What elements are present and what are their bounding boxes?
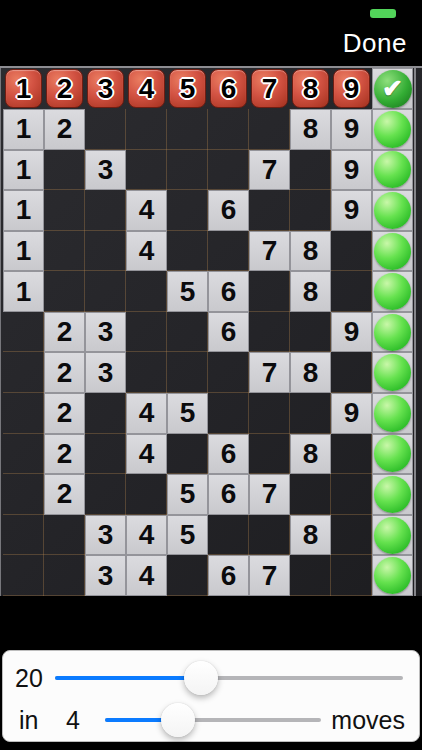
target-slider[interactable]	[55, 658, 403, 698]
grid-empty-cell	[85, 393, 126, 434]
grid-empty-cell	[331, 271, 372, 312]
grid-empty-cell	[85, 271, 126, 312]
row-status-ball	[374, 557, 411, 594]
grid-empty-cell	[3, 393, 44, 434]
target-slider-row: 20	[15, 657, 407, 699]
header-number-button[interactable]: 7	[251, 69, 288, 108]
check-icon: ✔	[382, 74, 403, 103]
header-number-button[interactable]: 9	[333, 69, 370, 108]
slider-fill	[55, 676, 201, 680]
status-bar: Done	[0, 0, 422, 66]
row-status-ball	[374, 111, 411, 148]
grid-empty-cell	[167, 150, 208, 191]
grid-empty-cell	[331, 515, 372, 556]
grid-number-cell: 4	[126, 555, 167, 596]
grid-empty-cell	[85, 474, 126, 515]
header-number-button[interactable]: 2	[46, 69, 83, 108]
grid-empty-cell	[167, 190, 208, 231]
header-number-button[interactable]: 5	[169, 69, 206, 108]
grid-number-cell: 7	[249, 555, 290, 596]
grid-empty-cell	[331, 231, 372, 272]
grid-number-cell: 1	[3, 190, 44, 231]
moves-slider[interactable]	[105, 700, 321, 740]
slider-thumb[interactable]	[184, 661, 218, 695]
grid-empty-cell	[167, 434, 208, 475]
grid-number-cell: 9	[331, 312, 372, 353]
grid-empty-cell	[290, 150, 331, 191]
grid-empty-cell	[167, 352, 208, 393]
grid-number-cell: 6	[208, 190, 249, 231]
grid-empty-cell	[290, 312, 331, 353]
grid-number-cell: 3	[85, 515, 126, 556]
grid-number-cell: 6	[208, 555, 249, 596]
header-number-button[interactable]: 3	[87, 69, 124, 108]
grid-number-cell: 9	[331, 190, 372, 231]
grid-number-cell: 7	[249, 231, 290, 272]
grid-number-cell: 2	[44, 352, 85, 393]
target-value-label: 20	[15, 664, 51, 693]
grid-number-cell: 2	[44, 474, 85, 515]
grid-empty-cell	[249, 434, 290, 475]
header-cell: 3	[85, 68, 126, 109]
grid-number-cell: 4	[126, 393, 167, 434]
row-status-cell	[372, 434, 413, 475]
grid-empty-cell	[331, 434, 372, 475]
grid-number-cell: 8	[290, 434, 331, 475]
grid-number-cell: 8	[290, 109, 331, 150]
header-cell: 6	[208, 68, 249, 109]
grid-empty-cell	[3, 555, 44, 596]
row-status-cell	[372, 393, 413, 434]
row-status-ball	[374, 354, 411, 391]
grid-number-cell: 5	[167, 474, 208, 515]
grid-empty-cell	[126, 109, 167, 150]
grid-empty-cell	[167, 231, 208, 272]
grid-empty-cell	[208, 109, 249, 150]
grid-empty-cell	[331, 555, 372, 596]
grid-number-cell: 4	[126, 190, 167, 231]
grid-empty-cell	[167, 109, 208, 150]
grid-empty-cell	[126, 474, 167, 515]
grid-empty-cell	[44, 150, 85, 191]
grid-empty-cell	[208, 393, 249, 434]
grid-number-cell: 9	[331, 150, 372, 191]
header-number-button[interactable]: 4	[128, 69, 165, 108]
moves-slider-row: in 4 moves	[15, 699, 407, 741]
grid-empty-cell	[3, 434, 44, 475]
grid-number-cell: 5	[167, 393, 208, 434]
grid-empty-cell	[167, 312, 208, 353]
grid-number-cell: 8	[290, 515, 331, 556]
row-status-cell	[372, 109, 413, 150]
grid-number-cell: 9	[331, 393, 372, 434]
grid-number-cell: 8	[290, 271, 331, 312]
controls-panel: 20 in 4 moves	[2, 650, 420, 742]
grid-number-cell: 4	[126, 231, 167, 272]
row-status-cell	[372, 312, 413, 353]
grid-empty-cell	[126, 150, 167, 191]
grid-empty-cell	[290, 190, 331, 231]
grid-empty-cell	[331, 474, 372, 515]
row-status-ball	[374, 476, 411, 513]
grid-number-cell: 8	[290, 352, 331, 393]
header-number-button[interactable]: 6	[210, 69, 247, 108]
header-cell: 1	[3, 68, 44, 109]
done-button[interactable]: Done	[343, 28, 407, 59]
grid-number-cell: 9	[331, 109, 372, 150]
row-status-ball	[374, 435, 411, 472]
grid-number-cell: 7	[249, 474, 290, 515]
battery-icon	[370, 9, 396, 18]
row-status-cell	[372, 555, 413, 596]
grid-number-cell: 5	[167, 515, 208, 556]
grid-empty-cell	[249, 393, 290, 434]
grid-number-cell: 1	[3, 231, 44, 272]
grid-empty-cell	[44, 271, 85, 312]
grid-empty-cell	[249, 312, 290, 353]
grid-empty-cell	[85, 231, 126, 272]
row-status-ball	[374, 395, 411, 432]
slider-thumb[interactable]	[161, 703, 195, 737]
grid-empty-cell	[85, 109, 126, 150]
grid-empty-cell	[290, 393, 331, 434]
grid-empty-cell	[249, 190, 290, 231]
grid-number-cell: 2	[44, 312, 85, 353]
header-cell: 5	[167, 68, 208, 109]
grid-number-cell: 4	[126, 515, 167, 556]
header-number-button[interactable]: 8	[292, 69, 329, 108]
confirm-cell: ✔	[372, 68, 413, 109]
grid-empty-cell	[126, 352, 167, 393]
grid-empty-cell	[208, 515, 249, 556]
moves-value-label: 4	[53, 706, 93, 735]
grid-number-cell: 1	[3, 109, 44, 150]
row-status-cell	[372, 150, 413, 191]
grid-empty-cell	[44, 190, 85, 231]
grid-number-cell: 7	[249, 150, 290, 191]
grid-number-cell: 5	[167, 271, 208, 312]
grid-number-cell: 1	[3, 271, 44, 312]
moves-label: moves	[325, 706, 407, 735]
row-status-cell	[372, 231, 413, 272]
header-cell: 8	[290, 68, 331, 109]
grid-empty-cell	[126, 312, 167, 353]
grid-number-cell: 3	[85, 555, 126, 596]
grid-empty-cell	[167, 555, 208, 596]
grid-empty-cell	[331, 352, 372, 393]
grid-number-cell: 3	[85, 150, 126, 191]
grid-number-cell: 6	[208, 312, 249, 353]
confirm-check-button[interactable]: ✔	[374, 70, 412, 108]
board-grid: 123456789✔128913791469147815682369237824…	[3, 68, 422, 596]
header-number-button[interactable]: 1	[5, 69, 42, 108]
grid-empty-cell	[3, 515, 44, 556]
grid-number-cell: 2	[44, 434, 85, 475]
grid-empty-cell	[249, 515, 290, 556]
header-cell: 9	[331, 68, 372, 109]
grid-empty-cell	[85, 190, 126, 231]
header-cell: 4	[126, 68, 167, 109]
grid-empty-cell	[85, 434, 126, 475]
grid-empty-cell	[3, 312, 44, 353]
grid-empty-cell	[208, 150, 249, 191]
row-status-cell	[372, 271, 413, 312]
grid-empty-cell	[3, 352, 44, 393]
grid-number-cell: 2	[44, 109, 85, 150]
grid-empty-cell	[44, 555, 85, 596]
grid-number-cell: 1	[3, 150, 44, 191]
row-status-ball	[374, 314, 411, 351]
grid-empty-cell	[126, 271, 167, 312]
grid-number-cell: 6	[208, 474, 249, 515]
grid-number-cell: 3	[85, 352, 126, 393]
grid-empty-cell	[249, 271, 290, 312]
grid-empty-cell	[290, 474, 331, 515]
grid-empty-cell	[290, 555, 331, 596]
row-status-ball	[374, 192, 411, 229]
game-board: 123456789✔128913791469147815682369237824…	[0, 66, 422, 596]
grid-number-cell: 4	[126, 434, 167, 475]
grid-number-cell: 2	[44, 393, 85, 434]
grid-empty-cell	[249, 109, 290, 150]
grid-number-cell: 3	[85, 312, 126, 353]
grid-number-cell: 8	[290, 231, 331, 272]
grid-empty-cell	[3, 474, 44, 515]
header-cell: 7	[249, 68, 290, 109]
grid-empty-cell	[44, 231, 85, 272]
grid-number-cell: 6	[208, 271, 249, 312]
row-status-cell	[372, 352, 413, 393]
in-label: in	[15, 706, 53, 735]
grid-number-cell: 7	[249, 352, 290, 393]
row-status-ball	[374, 151, 411, 188]
row-status-cell	[372, 515, 413, 556]
grid-number-cell: 6	[208, 434, 249, 475]
header-cell: 2	[44, 68, 85, 109]
row-status-cell	[372, 190, 413, 231]
grid-empty-cell	[208, 352, 249, 393]
row-status-ball	[374, 517, 411, 554]
grid-empty-cell	[208, 231, 249, 272]
grid-empty-cell	[44, 515, 85, 556]
row-status-ball	[374, 273, 411, 310]
row-status-ball	[374, 233, 411, 270]
row-status-cell	[372, 474, 413, 515]
